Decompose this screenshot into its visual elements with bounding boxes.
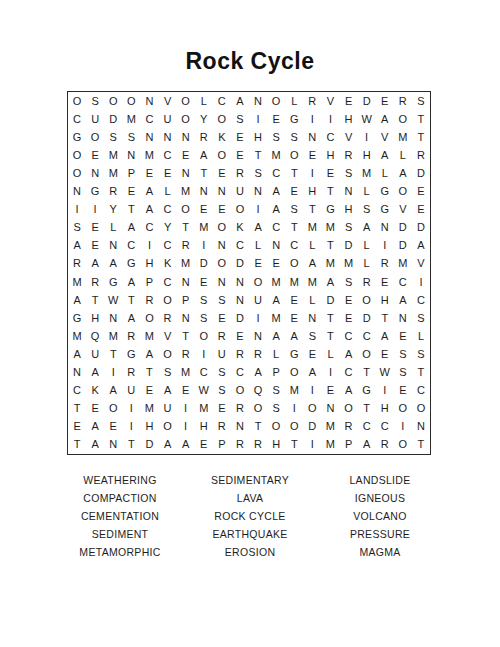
grid-cell: T [177,327,195,345]
grid-cell: S [412,345,430,363]
grid-cell: N [86,164,104,182]
grid-cell: E [213,309,231,327]
grid-cell: O [231,382,249,400]
grid-cell: A [267,327,285,345]
grid-cell: S [213,364,231,382]
grid-cell: T [358,400,376,418]
grid-cell: A [267,183,285,201]
grid-cell: U [159,400,177,418]
grid-cell: G [376,183,394,201]
grid-cell: C [68,110,86,128]
grid-cell: R [104,183,122,201]
grid-cell: O [394,110,412,128]
grid-cell: R [213,327,231,345]
grid-cell: L [412,327,430,345]
grid-cell: O [68,164,86,182]
grid-cell: M [303,219,321,237]
grid-cell: M [321,418,339,436]
grid-cell: H [340,201,358,219]
grid-cell: R [68,255,86,273]
grid-cell: V [159,92,177,110]
grid-cell: H [267,436,285,454]
grid-cell: L [376,164,394,182]
grid-cell: I [303,382,321,400]
grid-cell: T [177,219,195,237]
grid-cell: G [68,309,86,327]
grid-cell: N [140,92,158,110]
grid-cell: T [285,436,303,454]
grid-cell: M [140,400,158,418]
grid-cell: L [104,219,122,237]
grid-cell: N [68,364,86,382]
word-item: IGNEOUS [315,489,445,507]
grid-cell: S [394,364,412,382]
word-item: SEDIMENT [55,525,185,543]
grid-cell: A [358,219,376,237]
grid-cell: R [177,237,195,255]
grid-cell: S [340,164,358,182]
grid-cell: R [122,364,140,382]
grid-cell: I [303,110,321,128]
grid-cell: H [195,418,213,436]
grid-cell: P [177,291,195,309]
grid-cell: A [86,418,104,436]
grid-cell: O [177,201,195,219]
grid-cell: N [213,183,231,201]
grid-cell: R [213,418,231,436]
word-search-grid: OSOONVOLCANOLRVEDERSCUDMCUOYOSIEGIIHWAOT… [67,91,431,455]
grid-cell: L [358,237,376,255]
grid-cell: M [122,110,140,128]
grid-cell: C [376,418,394,436]
grid-cell: O [358,345,376,363]
grid-cell: C [340,364,358,382]
grid-cell: P [140,273,158,291]
grid-cell: H [140,255,158,273]
grid-cell: N [340,183,358,201]
grid-cell: I [412,273,430,291]
grid-cell: V [340,128,358,146]
grid-cell: G [104,273,122,291]
worksheet-page: Rock Cycle OSOONVOLCANOLRVEDERSCUDMCUOYO… [0,0,500,647]
grid-cell: I [177,400,195,418]
grid-cell: T [303,201,321,219]
grid-cell: I [249,201,267,219]
grid-cell: O [104,92,122,110]
grid-cell: E [412,201,430,219]
grid-cell: M [104,146,122,164]
grid-cell: K [159,255,177,273]
grid-cell: S [340,219,358,237]
grid-cell: A [122,309,140,327]
grid-cell: L [358,183,376,201]
grid-cell: T [249,418,267,436]
grid-cell: A [394,164,412,182]
grid-cell: M [321,436,339,454]
grid-cell: Y [104,201,122,219]
word-item: EARTHQUAKE [185,525,315,543]
grid-cell: I [376,237,394,255]
grid-cell: E [340,291,358,309]
grid-cell: C [358,327,376,345]
grid-cell: E [303,345,321,363]
grid-cell: L [358,255,376,273]
grid-cell: O [213,146,231,164]
grid-cell: A [86,364,104,382]
grid-cell: D [358,92,376,110]
grid-cell: E [394,327,412,345]
grid-cell: I [195,237,213,255]
grid-cell: V [376,128,394,146]
grid-cell: O [86,128,104,146]
grid-cell: S [86,92,104,110]
grid-cell: H [340,110,358,128]
grid-cell: E [140,382,158,400]
grid-cell: A [267,201,285,219]
grid-cell: E [321,382,339,400]
grid-cell: S [122,128,140,146]
grid-cell: T [358,364,376,382]
grid-cell: O [68,146,86,164]
grid-cell: O [340,400,358,418]
grid-cell: T [321,237,339,255]
grid-cell: A [231,92,249,110]
grid-cell: T [321,327,339,345]
grid-cell: E [340,92,358,110]
grid-cell: C [231,237,249,255]
grid-cell: D [195,255,213,273]
grid-cell: L [267,345,285,363]
grid-cell: C [285,237,303,255]
grid-cell: V [159,327,177,345]
grid-cell: C [159,237,177,255]
grid-cell: O [249,400,267,418]
grid-cell: N [321,400,339,418]
grid-cell: D [140,436,158,454]
grid-cell: M [358,164,376,182]
grid-cell: E [285,183,303,201]
grid-cell: A [177,436,195,454]
grid-cell: T [249,146,267,164]
grid-cell: A [249,219,267,237]
grid-cell: S [195,291,213,309]
grid-cell: T [285,164,303,182]
grid-cell: L [321,345,339,363]
grid-cell: W [195,382,213,400]
grid-cell: M [104,164,122,182]
grid-cell: U [213,345,231,363]
grid-cell: E [321,164,339,182]
grid-cell: A [376,110,394,128]
grid-cell: N [177,273,195,291]
grid-cell: R [376,255,394,273]
grid-cell: N [159,128,177,146]
grid-cell: A [285,327,303,345]
grid-cell: G [285,345,303,363]
grid-cell: T [122,201,140,219]
grid-cell: N [122,146,140,164]
grid-cell: M [267,273,285,291]
grid-cell: C [321,128,339,146]
grid-cell: R [195,128,213,146]
grid-cell: R [86,273,104,291]
grid-cell: R [231,400,249,418]
grid-cell: R [340,418,358,436]
grid-cell: C [159,146,177,164]
grid-cell: D [358,309,376,327]
grid-cell: A [376,146,394,164]
word-item: PRESSURE [315,525,445,543]
grid-cell: A [195,146,213,164]
grid-cell: I [321,364,339,382]
grid-cell: O [267,92,285,110]
grid-cell: L [303,237,321,255]
grid-cell: R [231,164,249,182]
grid-cell: T [412,364,430,382]
word-item: METAMORPHIC [55,543,185,561]
grid-cell: R [140,291,158,309]
grid-cell: I [249,309,267,327]
grid-cell: T [68,436,86,454]
grid-cell: N [303,128,321,146]
grid-cell: D [340,237,358,255]
grid-cell: I [249,110,267,128]
word-item: WEATHERING [55,471,185,489]
grid-cell: E [231,128,249,146]
grid-cell: T [195,164,213,182]
grid-cell: R [231,345,249,363]
grid-cell: N [195,183,213,201]
grid-cell: E [122,183,140,201]
grid-cell: C [267,164,285,182]
grid-cell: V [412,255,430,273]
grid-cell: H [358,146,376,164]
grid-cell: S [303,327,321,345]
grid-cell: A [86,436,104,454]
grid-cell: O [213,219,231,237]
grid-cell: S [195,309,213,327]
grid-cell: R [122,327,140,345]
grid-cell: E [86,146,104,164]
grid-cell: E [177,146,195,164]
grid-cell: M [195,400,213,418]
grid-cell: E [213,164,231,182]
grid-cell: O [285,146,303,164]
grid-cell: M [177,255,195,273]
grid-cell: I [303,164,321,182]
grid-cell: A [159,382,177,400]
grid-cell: D [231,255,249,273]
grid-cell: M [68,273,86,291]
grid-cell: M [394,255,412,273]
grid-cell: V [321,92,339,110]
grid-cell: G [376,201,394,219]
grid-cell: A [249,364,267,382]
word-item: EROSION [185,543,315,561]
grid-cell: E [231,327,249,345]
grid-cell: R [159,309,177,327]
word-list: WEATHERINGCOMPACTIONCEMENTATIONSEDIMENTM… [55,471,445,561]
grid-cell: O [68,92,86,110]
grid-cell: A [122,273,140,291]
grid-cell: O [122,92,140,110]
grid-cell: D [104,110,122,128]
word-item: VOLCANO [315,507,445,525]
grid-cell: T [412,436,430,454]
grid-cell: I [122,400,140,418]
grid-cell: A [140,183,158,201]
grid-cell: N [412,418,430,436]
grid-cell: N [213,237,231,255]
grid-cell: T [376,309,394,327]
grid-cell: U [249,291,267,309]
grid-cell: N [249,183,267,201]
grid-cell: R [249,436,267,454]
grid-cell: S [412,309,430,327]
grid-cell: A [68,237,86,255]
grid-cell: M [267,146,285,164]
grid-cell: H [376,291,394,309]
grid-cell: I [303,436,321,454]
grid-cell: O [394,400,412,418]
grid-cell: O [104,400,122,418]
grid-cell: I [321,110,339,128]
grid-cell: S [340,273,358,291]
grid-cell: E [231,146,249,164]
grid-cell: D [231,309,249,327]
grid-cell: T [140,364,158,382]
grid-cell: T [321,183,339,201]
grid-cell: K [213,128,231,146]
grid-cell: L [285,92,303,110]
grid-cell: E [86,400,104,418]
grid-cell: I [68,201,86,219]
grid-cell: A [321,273,339,291]
grid-cell: E [177,382,195,400]
grid-cell: C [213,92,231,110]
grid-cell: O [285,418,303,436]
grid-cell: A [358,436,376,454]
grid-cell: G [86,183,104,201]
grid-cell: E [68,418,86,436]
grid-cell: N [267,237,285,255]
grid-cell: R [231,436,249,454]
grid-cell: U [231,183,249,201]
grid-cell: A [412,237,430,255]
word-item: MAGMA [315,543,445,561]
grid-cell: O [285,364,303,382]
grid-cell: E [86,219,104,237]
grid-cell: H [249,128,267,146]
grid-cell: M [394,128,412,146]
grid-cell: M [140,327,158,345]
grid-cell: A [394,291,412,309]
grid-cell: O [267,418,285,436]
grid-cell: E [140,164,158,182]
grid-cell: R [303,92,321,110]
grid-cell: M [68,327,86,345]
grid-cell: R [249,345,267,363]
grid-cell: C [267,219,285,237]
grid-cell: E [195,273,213,291]
grid-cell: S [285,201,303,219]
grid-cell: N [104,309,122,327]
grid-cell: G [122,345,140,363]
grid-cell: L [249,237,267,255]
grid-cell: C [68,382,86,400]
grid-cell: O [177,110,195,128]
grid-cell: C [412,291,430,309]
grid-cell: S [213,291,231,309]
grid-cell: R [376,436,394,454]
word-item: CEMENTATION [55,507,185,525]
grid-cell: O [159,345,177,363]
grid-cell: E [213,201,231,219]
grid-cell: N [394,309,412,327]
grid-cell: O [394,183,412,201]
grid-cell: L [303,291,321,309]
grid-cell: D [394,219,412,237]
grid-cell: T [412,110,430,128]
grid-cell: N [249,92,267,110]
grid-cell: R [358,273,376,291]
grid-cell: V [394,201,412,219]
grid-cell: C [358,418,376,436]
grid-cell: T [86,291,104,309]
grid-cell: N [177,128,195,146]
grid-cell: G [122,255,140,273]
grid-cell: C [340,327,358,345]
grid-cell: T [122,291,140,309]
grid-cell: S [267,128,285,146]
grid-cell: O [159,291,177,309]
grid-cell: D [303,418,321,436]
grid-cell: O [195,327,213,345]
grid-cell: S [213,382,231,400]
grid-cell: E [303,146,321,164]
grid-cell: D [412,164,430,182]
grid-cell: N [231,291,249,309]
grid-cell: N [68,183,86,201]
grid-cell: N [249,327,267,345]
grid-cell: E [285,309,303,327]
grid-cell: E [86,237,104,255]
grid-cell: A [68,291,86,309]
grid-cell: Q [249,382,267,400]
grid-cell: H [140,418,158,436]
grid-cell: S [104,128,122,146]
grid-cell: T [285,219,303,237]
grid-cell: M [285,273,303,291]
grid-cell: Y [195,110,213,128]
grid-cell: I [376,382,394,400]
grid-cell: I [394,418,412,436]
grid-cell: G [321,201,339,219]
grid-cell: D [321,291,339,309]
grid-cell: O [412,400,430,418]
grid-cell: U [86,110,104,128]
grid-cell: A [140,345,158,363]
grid-cell: K [231,219,249,237]
grid-cell: M [321,255,339,273]
grid-cell: R [412,146,430,164]
grid-cell: S [285,128,303,146]
grid-cell: E [104,418,122,436]
grid-cell: U [159,110,177,128]
grid-cell: O [159,418,177,436]
grid-cell: O [213,110,231,128]
grid-cell: N [104,436,122,454]
